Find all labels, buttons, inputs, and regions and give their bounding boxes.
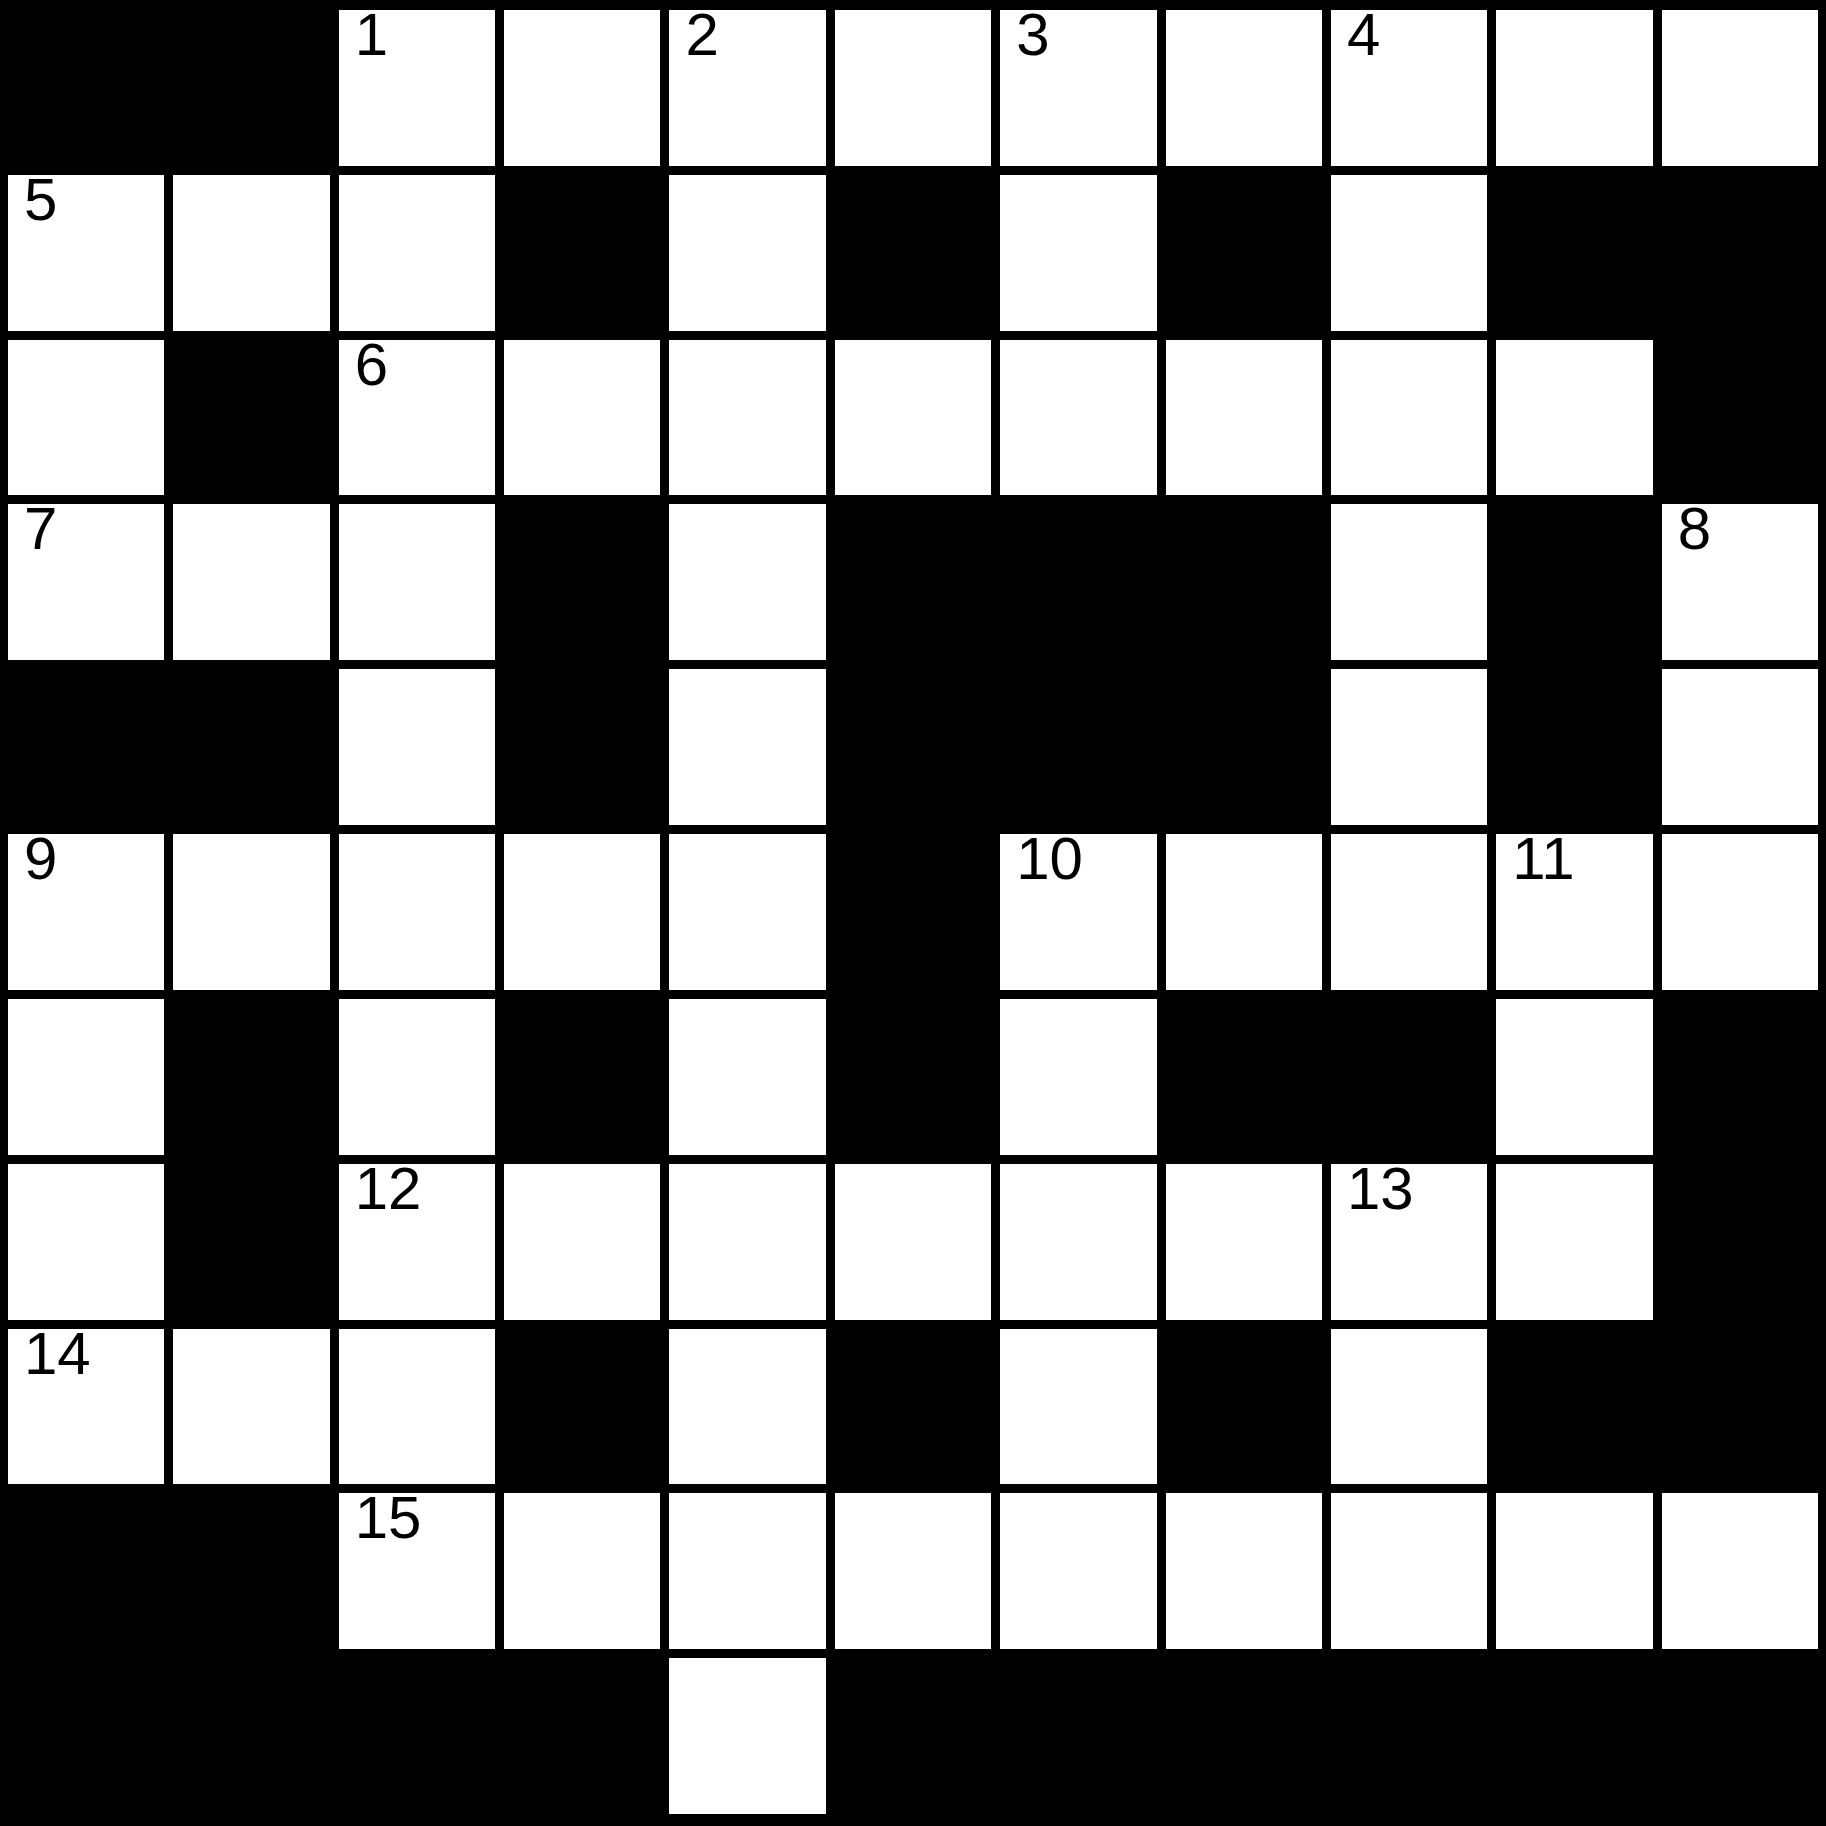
white-cell-r3c0[interactable]: 7	[8, 504, 164, 660]
white-cell-r7c3[interactable]	[504, 1164, 660, 1320]
white-cell-r10c4[interactable]	[669, 1658, 825, 1814]
white-cell-r6c4[interactable]	[669, 999, 825, 1155]
black-cell-r4c9	[1496, 669, 1652, 825]
white-cell-r1c2[interactable]	[339, 175, 495, 331]
white-cell-r4c2[interactable]	[339, 669, 495, 825]
white-cell-r7c7[interactable]	[1166, 1164, 1322, 1320]
white-cell-r0c7[interactable]	[1166, 10, 1322, 166]
white-cell-r2c5[interactable]	[835, 340, 991, 496]
black-cell-r7c10	[1662, 1164, 1818, 1320]
clue-number-14: 14	[24, 1324, 91, 1384]
white-cell-r2c7[interactable]	[1166, 340, 1322, 496]
black-cell-r1c5	[835, 175, 991, 331]
white-cell-r0c9[interactable]	[1496, 10, 1652, 166]
white-cell-r9c8[interactable]	[1331, 1493, 1487, 1649]
black-cell-r9c0	[8, 1493, 164, 1649]
black-cell-r4c7	[1166, 669, 1322, 825]
black-cell-r10c2	[339, 1658, 495, 1814]
white-cell-r0c8[interactable]: 4	[1331, 10, 1487, 166]
white-cell-r5c10[interactable]	[1662, 834, 1818, 990]
black-cell-r6c3	[504, 999, 660, 1155]
white-cell-r8c6[interactable]	[1000, 1329, 1156, 1485]
black-cell-r8c10	[1662, 1329, 1818, 1485]
black-cell-r0c0	[8, 10, 164, 166]
white-cell-r4c4[interactable]	[669, 669, 825, 825]
white-cell-r1c4[interactable]	[669, 175, 825, 331]
black-cell-r9c1	[173, 1493, 329, 1649]
black-cell-r0c1	[173, 10, 329, 166]
white-cell-r5c0[interactable]: 9	[8, 834, 164, 990]
white-cell-r3c4[interactable]	[669, 504, 825, 660]
white-cell-r9c5[interactable]	[835, 1493, 991, 1649]
white-cell-r2c9[interactable]	[1496, 340, 1652, 496]
black-cell-r10c1	[173, 1658, 329, 1814]
white-cell-r3c2[interactable]	[339, 504, 495, 660]
clue-number-12: 12	[355, 1159, 422, 1219]
black-cell-r8c9	[1496, 1329, 1652, 1485]
white-cell-r9c6[interactable]	[1000, 1493, 1156, 1649]
white-cell-r2c8[interactable]	[1331, 340, 1487, 496]
white-cell-r2c0[interactable]	[8, 340, 164, 496]
black-cell-r4c3	[504, 669, 660, 825]
black-cell-r3c5	[835, 504, 991, 660]
black-cell-r6c5	[835, 999, 991, 1155]
black-cell-r10c8	[1331, 1658, 1487, 1814]
black-cell-r7c1	[173, 1164, 329, 1320]
white-cell-r9c3[interactable]	[504, 1493, 660, 1649]
white-cell-r5c9[interactable]: 11	[1496, 834, 1652, 990]
clue-number-2: 2	[685, 5, 718, 65]
white-cell-r5c2[interactable]	[339, 834, 495, 990]
white-cell-r9c10[interactable]	[1662, 1493, 1818, 1649]
white-cell-r5c8[interactable]	[1331, 834, 1487, 990]
black-cell-r1c9	[1496, 175, 1652, 331]
white-cell-r9c4[interactable]	[669, 1493, 825, 1649]
clue-number-10: 10	[1016, 829, 1083, 889]
white-cell-r1c0[interactable]: 5	[8, 175, 164, 331]
clue-number-1: 1	[355, 5, 388, 65]
white-cell-r9c9[interactable]	[1496, 1493, 1652, 1649]
white-cell-r6c0[interactable]	[8, 999, 164, 1155]
black-cell-r10c3	[504, 1658, 660, 1814]
black-cell-r4c5	[835, 669, 991, 825]
black-cell-r6c7	[1166, 999, 1322, 1155]
white-cell-r3c8[interactable]	[1331, 504, 1487, 660]
black-cell-r3c6	[1000, 504, 1156, 660]
white-cell-r7c6[interactable]	[1000, 1164, 1156, 1320]
black-cell-r10c6	[1000, 1658, 1156, 1814]
black-cell-r8c5	[835, 1329, 991, 1485]
black-cell-r1c7	[1166, 175, 1322, 331]
black-cell-r6c1	[173, 999, 329, 1155]
white-cell-r8c0[interactable]: 14	[8, 1329, 164, 1485]
black-cell-r6c8	[1331, 999, 1487, 1155]
black-cell-r5c5	[835, 834, 991, 990]
black-cell-r10c7	[1166, 1658, 1322, 1814]
crossword-board: 123456789101112131415	[0, 0, 1826, 1826]
clue-number-6: 6	[355, 335, 388, 395]
black-cell-r10c9	[1496, 1658, 1652, 1814]
clue-number-13: 13	[1347, 1159, 1414, 1219]
white-cell-r0c3[interactable]	[504, 10, 660, 166]
black-cell-r10c5	[835, 1658, 991, 1814]
white-cell-r5c6[interactable]: 10	[1000, 834, 1156, 990]
white-cell-r4c10[interactable]	[1662, 669, 1818, 825]
white-cell-r7c0[interactable]	[8, 1164, 164, 1320]
clue-number-11: 11	[1512, 829, 1574, 889]
black-cell-r8c7	[1166, 1329, 1322, 1485]
white-cell-r0c10[interactable]	[1662, 10, 1818, 166]
white-cell-r1c8[interactable]	[1331, 175, 1487, 331]
white-cell-r0c2[interactable]: 1	[339, 10, 495, 166]
white-cell-r5c4[interactable]	[669, 834, 825, 990]
white-cell-r5c1[interactable]	[173, 834, 329, 990]
white-cell-r8c8[interactable]	[1331, 1329, 1487, 1485]
white-cell-r8c4[interactable]	[669, 1329, 825, 1485]
clue-number-9: 9	[24, 829, 57, 889]
black-cell-r4c1	[173, 669, 329, 825]
black-cell-r3c9	[1496, 504, 1652, 660]
clue-number-4: 4	[1347, 5, 1380, 65]
white-cell-r2c2[interactable]: 6	[339, 340, 495, 496]
white-cell-r0c6[interactable]: 3	[1000, 10, 1156, 166]
white-cell-r7c2[interactable]: 12	[339, 1164, 495, 1320]
white-cell-r9c7[interactable]	[1166, 1493, 1322, 1649]
black-cell-r2c10	[1662, 340, 1818, 496]
white-cell-r6c6[interactable]	[1000, 999, 1156, 1155]
black-cell-r8c3	[504, 1329, 660, 1485]
black-cell-r2c1	[173, 340, 329, 496]
white-cell-r7c9[interactable]	[1496, 1164, 1652, 1320]
white-cell-r5c3[interactable]	[504, 834, 660, 990]
white-cell-r3c10[interactable]: 8	[1662, 504, 1818, 660]
white-cell-r7c5[interactable]	[835, 1164, 991, 1320]
white-cell-r8c2[interactable]	[339, 1329, 495, 1485]
black-cell-r10c0	[8, 1658, 164, 1814]
white-cell-r6c2[interactable]	[339, 999, 495, 1155]
white-cell-r2c4[interactable]	[669, 340, 825, 496]
white-cell-r8c1[interactable]	[173, 1329, 329, 1485]
white-cell-r3c1[interactable]	[173, 504, 329, 660]
white-cell-r0c4[interactable]: 2	[669, 10, 825, 166]
black-cell-r1c10	[1662, 175, 1818, 331]
black-cell-r3c3	[504, 504, 660, 660]
white-cell-r7c4[interactable]	[669, 1164, 825, 1320]
clue-number-5: 5	[24, 170, 57, 230]
clue-number-7: 7	[24, 499, 57, 559]
clue-number-8: 8	[1678, 499, 1711, 559]
clue-number-15: 15	[355, 1488, 422, 1548]
white-cell-r0c5[interactable]	[835, 10, 991, 166]
white-cell-r1c6[interactable]	[1000, 175, 1156, 331]
black-cell-r10c10	[1662, 1658, 1818, 1814]
white-cell-r4c8[interactable]	[1331, 669, 1487, 825]
black-cell-r4c6	[1000, 669, 1156, 825]
white-cell-r9c2[interactable]: 15	[339, 1493, 495, 1649]
black-cell-r4c0	[8, 669, 164, 825]
white-cell-r7c8[interactable]: 13	[1331, 1164, 1487, 1320]
white-cell-r5c7[interactable]	[1166, 834, 1322, 990]
black-cell-r6c10	[1662, 999, 1818, 1155]
black-cell-r1c3	[504, 175, 660, 331]
white-cell-r2c6[interactable]	[1000, 340, 1156, 496]
white-cell-r6c9[interactable]	[1496, 999, 1652, 1155]
black-cell-r3c7	[1166, 504, 1322, 660]
white-cell-r2c3[interactable]	[504, 340, 660, 496]
clue-number-3: 3	[1016, 5, 1049, 65]
white-cell-r1c1[interactable]	[173, 175, 329, 331]
